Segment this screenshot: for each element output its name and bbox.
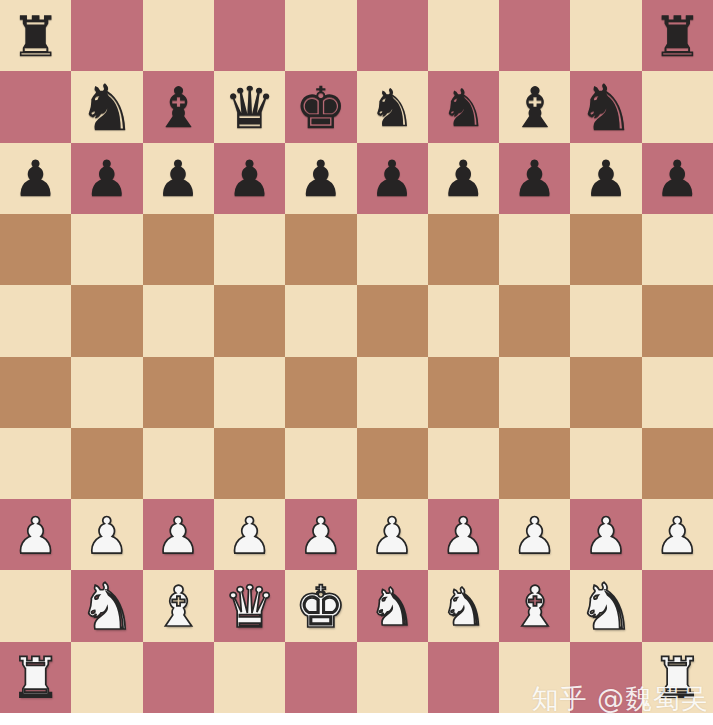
square-i1[interactable] — [570, 642, 641, 713]
black-bishop-h9[interactable]: ♝ — [510, 80, 560, 136]
square-a5[interactable] — [0, 357, 71, 428]
square-e10[interactable] — [285, 0, 356, 71]
square-b6[interactable] — [71, 285, 142, 356]
square-j5[interactable] — [642, 357, 713, 428]
square-a1[interactable]: ♜ — [0, 642, 71, 713]
black-pawn-e8[interactable]: ♟ — [298, 154, 343, 204]
square-d8[interactable]: ♟ — [214, 143, 285, 214]
black-bishop-c9[interactable]: ♝ — [153, 80, 203, 136]
black-king-e9[interactable]: ♚ — [295, 79, 347, 137]
square-h9[interactable]: ♝ — [499, 71, 570, 142]
square-h4[interactable] — [499, 428, 570, 499]
square-b9[interactable]: ♞ — [71, 71, 142, 142]
square-f3[interactable]: ♟ — [357, 499, 428, 570]
square-h7[interactable] — [499, 214, 570, 285]
square-j8[interactable]: ♟ — [642, 143, 713, 214]
square-j10[interactable]: ♜ — [642, 0, 713, 71]
black-queen-d9[interactable]: ♛ — [224, 79, 276, 137]
square-i10[interactable] — [570, 0, 641, 71]
square-i4[interactable] — [570, 428, 641, 499]
white-queen-d2[interactable]: ♛ — [224, 578, 276, 636]
square-a4[interactable] — [0, 428, 71, 499]
square-f5[interactable] — [357, 357, 428, 428]
square-c9[interactable]: ♝ — [143, 71, 214, 142]
square-e2[interactable]: ♚ — [285, 570, 356, 641]
white-king-e2[interactable]: ♚ — [295, 578, 347, 636]
square-e4[interactable] — [285, 428, 356, 499]
square-c3[interactable]: ♟ — [143, 499, 214, 570]
square-f8[interactable]: ♟ — [357, 143, 428, 214]
black-knight-b9[interactable]: ♞ — [78, 76, 135, 140]
white-bishop-h2[interactable]: ♝ — [510, 579, 560, 635]
black-pawn-a8[interactable]: ♟ — [13, 154, 58, 204]
square-e3[interactable]: ♟ — [285, 499, 356, 570]
square-i6[interactable] — [570, 285, 641, 356]
square-f2[interactable]: ♞ — [357, 570, 428, 641]
black-pawn-i8[interactable]: ♟ — [584, 154, 629, 204]
square-d7[interactable] — [214, 214, 285, 285]
white-pawn-a3[interactable]: ♟ — [13, 511, 58, 561]
square-j2[interactable] — [642, 570, 713, 641]
square-a2[interactable] — [0, 570, 71, 641]
square-f4[interactable] — [357, 428, 428, 499]
square-e9[interactable]: ♚ — [285, 71, 356, 142]
square-c5[interactable] — [143, 357, 214, 428]
square-h8[interactable]: ♟ — [499, 143, 570, 214]
grand-chess-board: ♜♜♞♝♛♚♞♞♝♞♟♟♟♟♟♟♟♟♟♟♟♟♟♟♟♟♟♟♟♟♞♝♛♚♞♞♝♞♜♜ — [0, 0, 713, 713]
white-knight-b2[interactable]: ♞ — [78, 575, 135, 639]
square-b1[interactable] — [71, 642, 142, 713]
black-marshall-f9[interactable]: ♞ — [369, 82, 416, 134]
square-a10[interactable]: ♜ — [0, 0, 71, 71]
square-d1[interactable] — [214, 642, 285, 713]
square-f1[interactable] — [357, 642, 428, 713]
square-a9[interactable] — [0, 71, 71, 142]
square-b2[interactable]: ♞ — [71, 570, 142, 641]
square-c10[interactable] — [143, 0, 214, 71]
square-f10[interactable] — [357, 0, 428, 71]
white-marshall-f2[interactable]: ♞ — [369, 581, 416, 633]
square-f7[interactable] — [357, 214, 428, 285]
square-g3[interactable]: ♟ — [428, 499, 499, 570]
black-pawn-c8[interactable]: ♟ — [156, 154, 201, 204]
square-d4[interactable] — [214, 428, 285, 499]
square-j3[interactable]: ♟ — [642, 499, 713, 570]
black-rook-j10[interactable]: ♜ — [652, 9, 702, 65]
square-j4[interactable] — [642, 428, 713, 499]
square-i3[interactable]: ♟ — [570, 499, 641, 570]
square-h1[interactable] — [499, 642, 570, 713]
black-pawn-f8[interactable]: ♟ — [370, 154, 415, 204]
square-b10[interactable] — [71, 0, 142, 71]
square-g6[interactable] — [428, 285, 499, 356]
square-a8[interactable]: ♟ — [0, 143, 71, 214]
square-b8[interactable]: ♟ — [71, 143, 142, 214]
square-d10[interactable] — [214, 0, 285, 71]
square-i5[interactable] — [570, 357, 641, 428]
square-d2[interactable]: ♛ — [214, 570, 285, 641]
white-pawn-d3[interactable]: ♟ — [227, 511, 272, 561]
black-cardinal-g9[interactable]: ♞ — [440, 82, 487, 134]
white-pawn-c3[interactable]: ♟ — [156, 511, 201, 561]
square-e5[interactable] — [285, 357, 356, 428]
square-h10[interactable] — [499, 0, 570, 71]
square-j7[interactable] — [642, 214, 713, 285]
white-pawn-e3[interactable]: ♟ — [298, 511, 343, 561]
square-g4[interactable] — [428, 428, 499, 499]
square-c1[interactable] — [143, 642, 214, 713]
square-c2[interactable]: ♝ — [143, 570, 214, 641]
square-b4[interactable] — [71, 428, 142, 499]
white-pawn-b3[interactable]: ♟ — [85, 511, 130, 561]
square-g1[interactable] — [428, 642, 499, 713]
square-i2[interactable]: ♞ — [570, 570, 641, 641]
white-rook-j1[interactable]: ♜ — [652, 650, 702, 706]
square-i8[interactable]: ♟ — [570, 143, 641, 214]
square-h6[interactable] — [499, 285, 570, 356]
square-e7[interactable] — [285, 214, 356, 285]
square-b7[interactable] — [71, 214, 142, 285]
square-b3[interactable]: ♟ — [71, 499, 142, 570]
square-j6[interactable] — [642, 285, 713, 356]
square-g9[interactable]: ♞ — [428, 71, 499, 142]
square-e8[interactable]: ♟ — [285, 143, 356, 214]
square-c6[interactable] — [143, 285, 214, 356]
square-c8[interactable]: ♟ — [143, 143, 214, 214]
square-c4[interactable] — [143, 428, 214, 499]
white-rook-a1[interactable]: ♜ — [11, 650, 61, 706]
white-pawn-j3[interactable]: ♟ — [655, 511, 700, 561]
black-pawn-b8[interactable]: ♟ — [85, 154, 130, 204]
square-g7[interactable] — [428, 214, 499, 285]
square-a3[interactable]: ♟ — [0, 499, 71, 570]
white-pawn-f3[interactable]: ♟ — [370, 511, 415, 561]
black-pawn-d8[interactable]: ♟ — [227, 154, 272, 204]
square-b5[interactable] — [71, 357, 142, 428]
square-j9[interactable] — [642, 71, 713, 142]
square-i9[interactable]: ♞ — [570, 71, 641, 142]
square-g5[interactable] — [428, 357, 499, 428]
square-d9[interactable]: ♛ — [214, 71, 285, 142]
white-bishop-c2[interactable]: ♝ — [153, 579, 203, 635]
square-d5[interactable] — [214, 357, 285, 428]
square-a6[interactable] — [0, 285, 71, 356]
square-d3[interactable]: ♟ — [214, 499, 285, 570]
square-h2[interactable]: ♝ — [499, 570, 570, 641]
white-pawn-i3[interactable]: ♟ — [584, 511, 629, 561]
square-e1[interactable] — [285, 642, 356, 713]
white-pawn-h3[interactable]: ♟ — [512, 511, 557, 561]
square-e6[interactable] — [285, 285, 356, 356]
square-g8[interactable]: ♟ — [428, 143, 499, 214]
white-cardinal-g2[interactable]: ♞ — [440, 581, 487, 633]
square-d6[interactable] — [214, 285, 285, 356]
black-knight-i9[interactable]: ♞ — [577, 76, 634, 140]
black-rook-a10[interactable]: ♜ — [11, 9, 61, 65]
square-i7[interactable] — [570, 214, 641, 285]
square-a7[interactable] — [0, 214, 71, 285]
square-g2[interactable]: ♞ — [428, 570, 499, 641]
square-f9[interactable]: ♞ — [357, 71, 428, 142]
black-pawn-g8[interactable]: ♟ — [441, 154, 486, 204]
white-pawn-g3[interactable]: ♟ — [441, 511, 486, 561]
black-pawn-h8[interactable]: ♟ — [512, 154, 557, 204]
square-f6[interactable] — [357, 285, 428, 356]
square-h3[interactable]: ♟ — [499, 499, 570, 570]
square-g10[interactable] — [428, 0, 499, 71]
page: ♜♜♞♝♛♚♞♞♝♞♟♟♟♟♟♟♟♟♟♟♟♟♟♟♟♟♟♟♟♟♞♝♛♚♞♞♝♞♜♜… — [0, 0, 713, 725]
white-knight-i2[interactable]: ♞ — [577, 575, 634, 639]
square-h5[interactable] — [499, 357, 570, 428]
square-c7[interactable] — [143, 214, 214, 285]
square-j1[interactable]: ♜ — [642, 642, 713, 713]
black-pawn-j8[interactable]: ♟ — [655, 154, 700, 204]
